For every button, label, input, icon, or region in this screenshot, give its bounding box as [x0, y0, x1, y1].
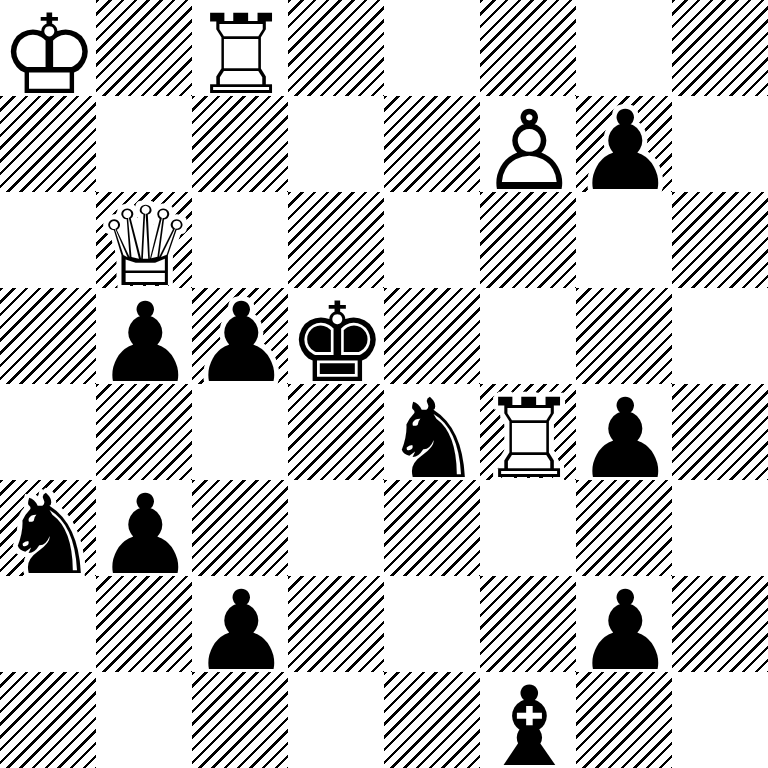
- square-b3[interactable]: ♟♟: [96, 480, 192, 576]
- square-a1[interactable]: [0, 672, 96, 768]
- white-king[interactable]: ♚♔: [0, 0, 96, 96]
- piece-glyph: ♟: [576, 96, 672, 192]
- chess-board: ♚♔♜♖♟♙♟♟♛♕♟♟♟♟♚♚♞♞♜♖♟♟♞♞♟♟♟♟♟♟♝♝: [0, 0, 768, 768]
- black-bishop[interactable]: ♝♝: [480, 672, 576, 768]
- white-pawn[interactable]: ♟♙: [480, 96, 576, 192]
- square-g5[interactable]: [576, 288, 672, 384]
- white-queen[interactable]: ♛♕: [96, 192, 192, 288]
- square-d8[interactable]: [288, 0, 384, 96]
- piece-glyph: ♙: [480, 96, 576, 192]
- square-c7[interactable]: [192, 96, 288, 192]
- square-c5[interactable]: ♟♟: [192, 288, 288, 384]
- square-b1[interactable]: [96, 672, 192, 768]
- square-e5[interactable]: [384, 288, 480, 384]
- square-c8[interactable]: ♜♖: [192, 0, 288, 96]
- square-a7[interactable]: [0, 96, 96, 192]
- square-f6[interactable]: [480, 192, 576, 288]
- square-c1[interactable]: [192, 672, 288, 768]
- square-h3[interactable]: [672, 480, 768, 576]
- square-e2[interactable]: [384, 576, 480, 672]
- square-d3[interactable]: [288, 480, 384, 576]
- square-b2[interactable]: [96, 576, 192, 672]
- square-d7[interactable]: [288, 96, 384, 192]
- square-g3[interactable]: [576, 480, 672, 576]
- piece-glyph: ♞: [384, 384, 480, 480]
- black-knight[interactable]: ♞♞: [384, 384, 480, 480]
- square-f5[interactable]: [480, 288, 576, 384]
- piece-glyph: ♖: [480, 384, 576, 480]
- square-e6[interactable]: [384, 192, 480, 288]
- square-h1[interactable]: [672, 672, 768, 768]
- square-c6[interactable]: [192, 192, 288, 288]
- square-f7[interactable]: ♟♙: [480, 96, 576, 192]
- piece-glyph: ♝: [480, 672, 576, 768]
- square-f1[interactable]: ♝♝: [480, 672, 576, 768]
- square-b5[interactable]: ♟♟: [96, 288, 192, 384]
- piece-glyph: ♟: [192, 288, 288, 384]
- piece-glyph: ♕: [96, 192, 192, 288]
- square-f8[interactable]: [480, 0, 576, 96]
- square-c4[interactable]: [192, 384, 288, 480]
- square-h2[interactable]: [672, 576, 768, 672]
- square-d6[interactable]: [288, 192, 384, 288]
- square-c2[interactable]: ♟♟: [192, 576, 288, 672]
- piece-glyph: ♟: [96, 480, 192, 576]
- square-d2[interactable]: [288, 576, 384, 672]
- square-h6[interactable]: [672, 192, 768, 288]
- square-h4[interactable]: [672, 384, 768, 480]
- square-d5[interactable]: ♚♚: [288, 288, 384, 384]
- square-h8[interactable]: [672, 0, 768, 96]
- square-g7[interactable]: ♟♟: [576, 96, 672, 192]
- square-h5[interactable]: [672, 288, 768, 384]
- piece-glyph: ♟: [576, 384, 672, 480]
- square-h7[interactable]: [672, 96, 768, 192]
- square-c3[interactable]: [192, 480, 288, 576]
- square-d1[interactable]: [288, 672, 384, 768]
- square-a4[interactable]: [0, 384, 96, 480]
- square-a5[interactable]: [0, 288, 96, 384]
- square-b4[interactable]: [96, 384, 192, 480]
- square-e8[interactable]: [384, 0, 480, 96]
- piece-glyph: ♔: [0, 0, 96, 96]
- black-pawn[interactable]: ♟♟: [576, 576, 672, 672]
- square-e7[interactable]: [384, 96, 480, 192]
- black-knight[interactable]: ♞♞: [0, 480, 96, 576]
- square-b6[interactable]: ♛♕: [96, 192, 192, 288]
- square-a8[interactable]: ♚♔: [0, 0, 96, 96]
- square-a3[interactable]: ♞♞: [0, 480, 96, 576]
- square-b8[interactable]: [96, 0, 192, 96]
- square-g6[interactable]: [576, 192, 672, 288]
- chess-diagram: ♚♔♜♖♟♙♟♟♛♕♟♟♟♟♚♚♞♞♜♖♟♟♞♞♟♟♟♟♟♟♝♝: [0, 0, 768, 768]
- square-e3[interactable]: [384, 480, 480, 576]
- piece-glyph: ♖: [192, 0, 288, 96]
- square-d4[interactable]: [288, 384, 384, 480]
- black-pawn[interactable]: ♟♟: [576, 96, 672, 192]
- piece-glyph: ♚: [288, 288, 384, 384]
- square-f3[interactable]: [480, 480, 576, 576]
- square-g1[interactable]: [576, 672, 672, 768]
- square-a6[interactable]: [0, 192, 96, 288]
- square-g2[interactable]: ♟♟: [576, 576, 672, 672]
- black-king[interactable]: ♚♚: [288, 288, 384, 384]
- piece-glyph: ♟: [576, 576, 672, 672]
- piece-glyph: ♞: [0, 480, 96, 576]
- piece-glyph: ♟: [192, 576, 288, 672]
- square-f2[interactable]: [480, 576, 576, 672]
- square-e1[interactable]: [384, 672, 480, 768]
- square-g4[interactable]: ♟♟: [576, 384, 672, 480]
- square-b7[interactable]: [96, 96, 192, 192]
- square-f4[interactable]: ♜♖: [480, 384, 576, 480]
- square-e4[interactable]: ♞♞: [384, 384, 480, 480]
- black-pawn[interactable]: ♟♟: [192, 288, 288, 384]
- square-a2[interactable]: [0, 576, 96, 672]
- black-pawn[interactable]: ♟♟: [576, 384, 672, 480]
- black-pawn[interactable]: ♟♟: [96, 288, 192, 384]
- square-g8[interactable]: [576, 0, 672, 96]
- black-pawn[interactable]: ♟♟: [192, 576, 288, 672]
- piece-glyph: ♟: [96, 288, 192, 384]
- white-rook[interactable]: ♜♖: [480, 384, 576, 480]
- white-rook[interactable]: ♜♖: [192, 0, 288, 96]
- black-pawn[interactable]: ♟♟: [96, 480, 192, 576]
